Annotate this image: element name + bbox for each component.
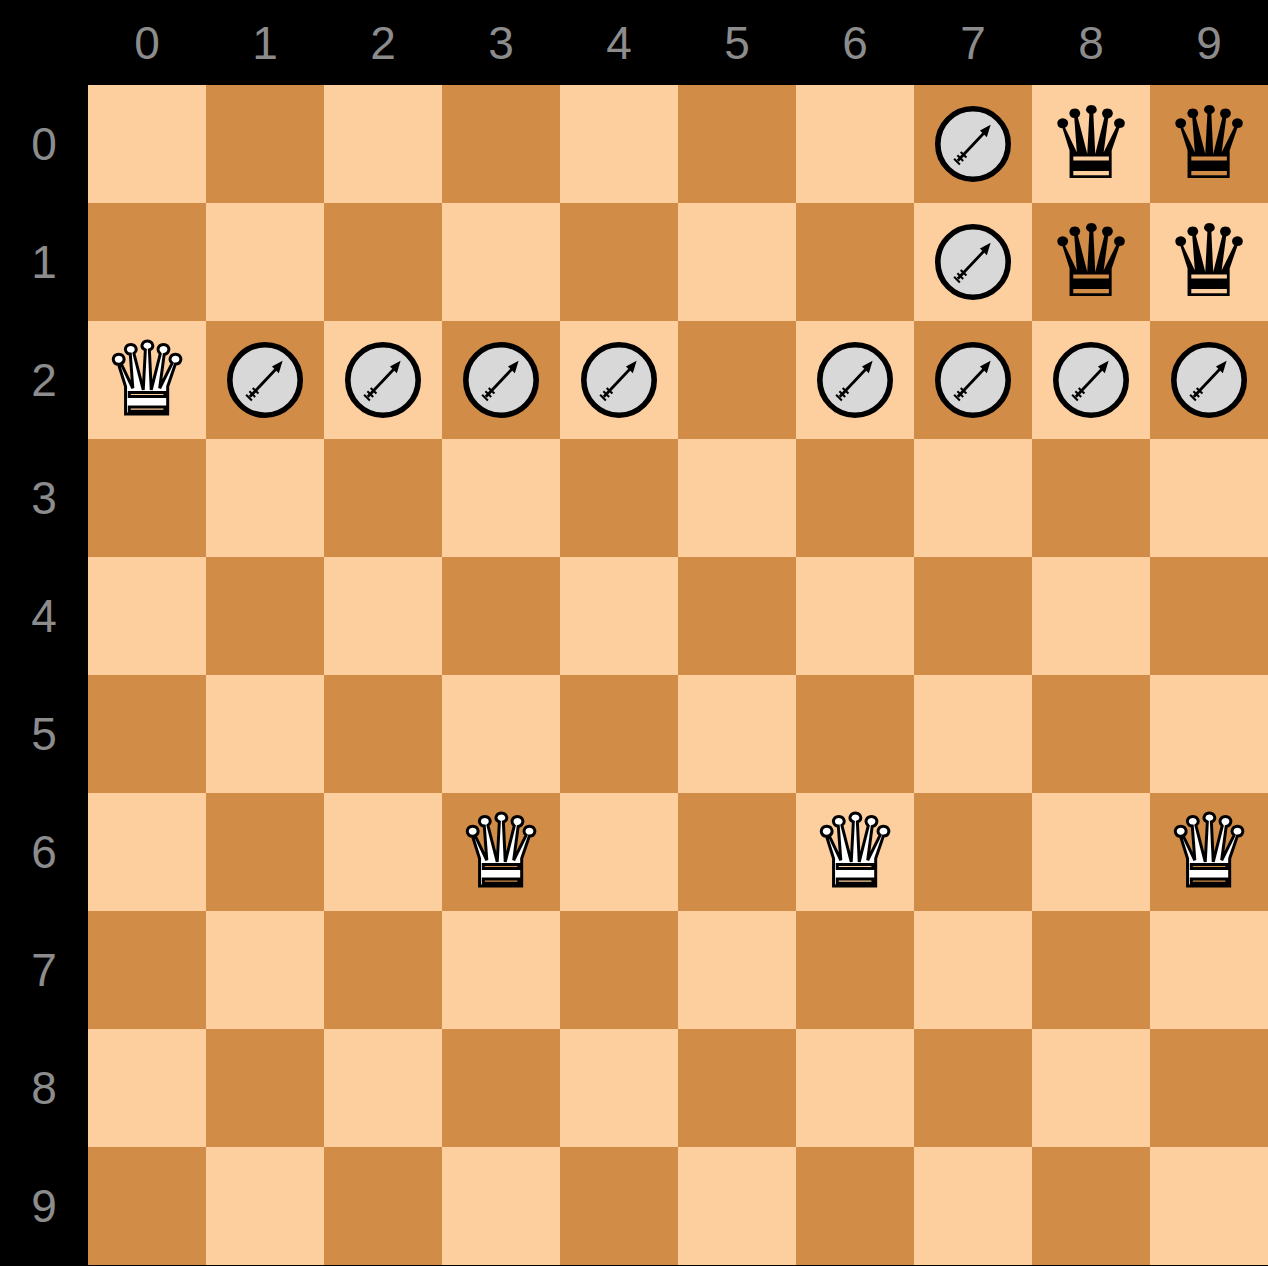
square-8-5[interactable]: [678, 1029, 796, 1147]
amazons-board: 01234567890♛♛1♛♛2♛3456♛♛♛789: [0, 0, 1268, 1265]
square-0-4[interactable]: [560, 85, 678, 203]
row-label-3: 3: [0, 439, 88, 557]
square-6-3[interactable]: ♛: [442, 793, 560, 911]
square-1-1[interactable]: [206, 203, 324, 321]
col-label-8: 8: [1032, 0, 1150, 85]
row-label-9: 9: [0, 1147, 88, 1265]
white-queen: ♛: [1164, 793, 1254, 911]
arrow-icon: [933, 222, 1013, 302]
square-6-7[interactable]: [914, 793, 1032, 911]
row-label-4: 4: [0, 557, 88, 675]
square-5-6[interactable]: [796, 675, 914, 793]
square-0-8[interactable]: ♛: [1032, 85, 1150, 203]
square-9-8[interactable]: [1032, 1147, 1150, 1265]
square-6-2[interactable]: [324, 793, 442, 911]
square-5-2[interactable]: [324, 675, 442, 793]
square-2-2[interactable]: [324, 321, 442, 439]
square-7-8[interactable]: [1032, 911, 1150, 1029]
arrow-icon: [815, 340, 895, 420]
row-label-7: 7: [0, 911, 88, 1029]
square-2-7[interactable]: [914, 321, 1032, 439]
square-7-4[interactable]: [560, 911, 678, 1029]
col-label-6: 6: [796, 0, 914, 85]
square-0-3[interactable]: [442, 85, 560, 203]
row-label-6: 6: [0, 793, 88, 911]
col-label-3: 3: [442, 0, 560, 85]
square-4-2[interactable]: [324, 557, 442, 675]
square-9-1[interactable]: [206, 1147, 324, 1265]
square-7-2[interactable]: [324, 911, 442, 1029]
square-2-9[interactable]: [1150, 321, 1268, 439]
square-2-6[interactable]: [796, 321, 914, 439]
square-1-7[interactable]: [914, 203, 1032, 321]
square-4-6[interactable]: [796, 557, 914, 675]
square-3-3[interactable]: [442, 439, 560, 557]
square-9-0[interactable]: [88, 1147, 206, 1265]
square-5-5[interactable]: [678, 675, 796, 793]
corner-spacer: [0, 0, 88, 85]
square-6-0[interactable]: [88, 793, 206, 911]
square-7-1[interactable]: [206, 911, 324, 1029]
col-label-1: 1: [206, 0, 324, 85]
col-label-4: 4: [560, 0, 678, 85]
square-4-3[interactable]: [442, 557, 560, 675]
square-4-4[interactable]: [560, 557, 678, 675]
square-1-5[interactable]: [678, 203, 796, 321]
white-queen: ♛: [102, 321, 192, 439]
square-4-0[interactable]: [88, 557, 206, 675]
black-queen: ♛: [1164, 85, 1254, 203]
square-5-4[interactable]: [560, 675, 678, 793]
square-5-1[interactable]: [206, 675, 324, 793]
square-2-3[interactable]: [442, 321, 560, 439]
col-label-9: 9: [1150, 0, 1268, 85]
arrow-icon: [933, 104, 1013, 184]
square-8-3[interactable]: [442, 1029, 560, 1147]
square-3-4[interactable]: [560, 439, 678, 557]
square-6-4[interactable]: [560, 793, 678, 911]
square-1-9[interactable]: ♛: [1150, 203, 1268, 321]
row-label-0: 0: [0, 85, 88, 203]
arrow-icon: [461, 340, 541, 420]
black-queen: ♛: [1046, 203, 1136, 321]
col-label-7: 7: [914, 0, 1032, 85]
square-8-8[interactable]: [1032, 1029, 1150, 1147]
square-3-6[interactable]: [796, 439, 914, 557]
arrow-icon: [1051, 340, 1131, 420]
square-1-4[interactable]: [560, 203, 678, 321]
arrow-icon: [933, 340, 1013, 420]
square-8-9[interactable]: [1150, 1029, 1268, 1147]
square-3-5[interactable]: [678, 439, 796, 557]
square-6-6[interactable]: ♛: [796, 793, 914, 911]
square-1-8[interactable]: ♛: [1032, 203, 1150, 321]
square-6-5[interactable]: [678, 793, 796, 911]
square-1-3[interactable]: [442, 203, 560, 321]
black-queen: ♛: [1164, 203, 1254, 321]
square-9-5[interactable]: [678, 1147, 796, 1265]
square-3-7[interactable]: [914, 439, 1032, 557]
white-queen: ♛: [456, 793, 546, 911]
arrow-icon: [579, 340, 659, 420]
square-5-0[interactable]: [88, 675, 206, 793]
square-6-9[interactable]: ♛: [1150, 793, 1268, 911]
row-label-5: 5: [0, 675, 88, 793]
white-queen: ♛: [810, 793, 900, 911]
square-8-0[interactable]: [88, 1029, 206, 1147]
square-3-9[interactable]: [1150, 439, 1268, 557]
square-7-7[interactable]: [914, 911, 1032, 1029]
square-5-3[interactable]: [442, 675, 560, 793]
row-label-1: 1: [0, 203, 88, 321]
square-0-2[interactable]: [324, 85, 442, 203]
arrow-icon: [343, 340, 423, 420]
square-4-9[interactable]: [1150, 557, 1268, 675]
square-8-1[interactable]: [206, 1029, 324, 1147]
square-7-9[interactable]: [1150, 911, 1268, 1029]
square-1-0[interactable]: [88, 203, 206, 321]
square-5-7[interactable]: [914, 675, 1032, 793]
square-9-6[interactable]: [796, 1147, 914, 1265]
col-label-0: 0: [88, 0, 206, 85]
arrow-icon: [1169, 340, 1249, 420]
square-7-5[interactable]: [678, 911, 796, 1029]
square-2-1[interactable]: [206, 321, 324, 439]
square-1-6[interactable]: [796, 203, 914, 321]
square-4-5[interactable]: [678, 557, 796, 675]
square-2-8[interactable]: [1032, 321, 1150, 439]
square-2-4[interactable]: [560, 321, 678, 439]
square-0-1[interactable]: [206, 85, 324, 203]
square-6-8[interactable]: [1032, 793, 1150, 911]
square-4-1[interactable]: [206, 557, 324, 675]
square-8-7[interactable]: [914, 1029, 1032, 1147]
square-4-8[interactable]: [1032, 557, 1150, 675]
square-1-2[interactable]: [324, 203, 442, 321]
square-2-0[interactable]: ♛: [88, 321, 206, 439]
square-7-3[interactable]: [442, 911, 560, 1029]
square-3-0[interactable]: [88, 439, 206, 557]
square-3-2[interactable]: [324, 439, 442, 557]
square-9-3[interactable]: [442, 1147, 560, 1265]
arrow-icon: [225, 340, 305, 420]
square-3-1[interactable]: [206, 439, 324, 557]
square-0-5[interactable]: [678, 85, 796, 203]
square-5-9[interactable]: [1150, 675, 1268, 793]
square-5-8[interactable]: [1032, 675, 1150, 793]
square-8-4[interactable]: [560, 1029, 678, 1147]
col-label-5: 5: [678, 0, 796, 85]
square-9-2[interactable]: [324, 1147, 442, 1265]
square-7-0[interactable]: [88, 911, 206, 1029]
row-label-2: 2: [0, 321, 88, 439]
square-8-2[interactable]: [324, 1029, 442, 1147]
square-4-7[interactable]: [914, 557, 1032, 675]
square-0-9[interactable]: ♛: [1150, 85, 1268, 203]
square-9-4[interactable]: [560, 1147, 678, 1265]
square-8-6[interactable]: [796, 1029, 914, 1147]
square-6-1[interactable]: [206, 793, 324, 911]
square-0-6[interactable]: [796, 85, 914, 203]
col-label-2: 2: [324, 0, 442, 85]
square-9-7[interactable]: [914, 1147, 1032, 1265]
square-0-7[interactable]: [914, 85, 1032, 203]
row-label-8: 8: [0, 1029, 88, 1147]
square-0-0[interactable]: [88, 85, 206, 203]
black-queen: ♛: [1046, 85, 1136, 203]
square-9-9[interactable]: [1150, 1147, 1268, 1265]
square-2-5[interactable]: [678, 321, 796, 439]
square-3-8[interactable]: [1032, 439, 1150, 557]
square-7-6[interactable]: [796, 911, 914, 1029]
